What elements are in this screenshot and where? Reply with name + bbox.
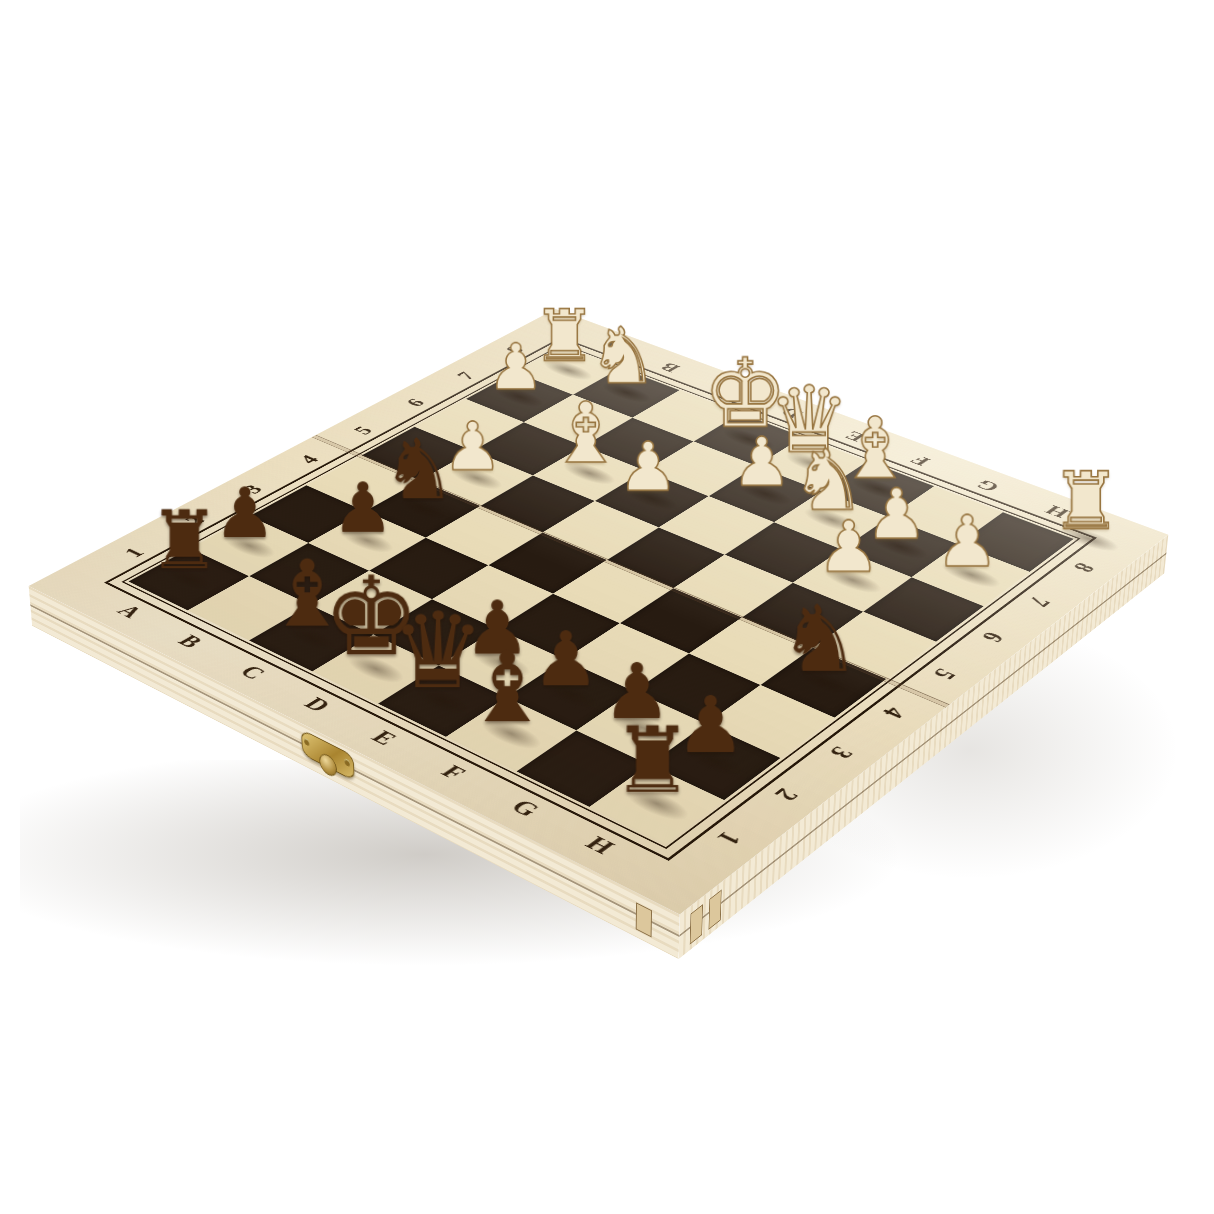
photo-canvas: AA11BB22CC33DD44EE55FF66GG77HH88♜♟♟♞♝♚♛♟… bbox=[0, 0, 1214, 1214]
dark-pawn-glyph: ♟ bbox=[294, 473, 433, 542]
light-pawn-glyph: ♟ bbox=[778, 512, 920, 583]
dark-bishop-glyph: ♝ bbox=[430, 640, 584, 737]
scene: AA11BB22CC33DD44EE55FF66GG77HH88♜♟♟♞♝♚♛♟… bbox=[0, 0, 1214, 1214]
chess-board: AA11BB22CC33DD44EE55FF66GG77HH88♜♟♟♞♝♚♛♟… bbox=[29, 309, 1169, 915]
dovetail-joint bbox=[690, 904, 703, 945]
dark-knight-glyph: ♞ bbox=[745, 593, 895, 685]
dark-rook-glyph: ♜ bbox=[573, 715, 733, 806]
dovetail-joint bbox=[709, 890, 722, 930]
dovetail-joint bbox=[636, 902, 652, 937]
light-pawn-glyph: ♟ bbox=[581, 433, 716, 501]
